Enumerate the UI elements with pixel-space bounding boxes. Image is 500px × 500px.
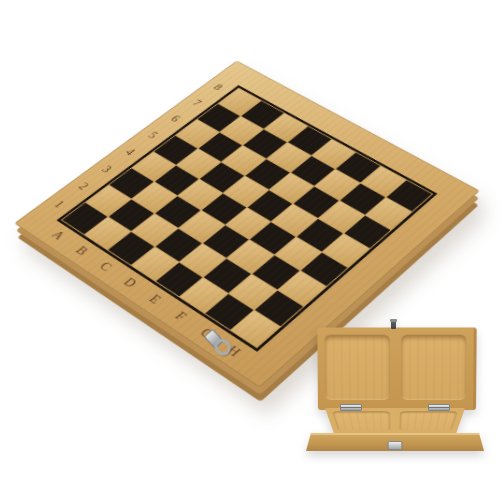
lid-latch-pin-icon — [391, 319, 396, 329]
tray-compartment-left — [332, 411, 390, 430]
box-lid — [317, 328, 476, 410]
box-front — [306, 433, 484, 451]
storage-box — [300, 318, 490, 458]
box-clasp-icon — [388, 441, 403, 450]
lid-compartment-right — [401, 335, 467, 400]
box-tray — [325, 408, 465, 434]
board-grid-outline — [57, 85, 438, 352]
hinge-icon — [428, 404, 450, 411]
board-grid — [62, 88, 432, 347]
hinge-icon — [340, 404, 362, 411]
product-photo: 87654321 ABCDEFGH — [0, 0, 500, 500]
lid-compartment-left — [324, 335, 390, 400]
tray-compartment-right — [399, 411, 457, 430]
